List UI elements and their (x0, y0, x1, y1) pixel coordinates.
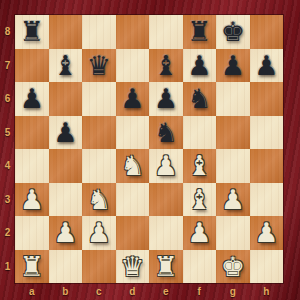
rank-label-4: 4 (0, 149, 15, 183)
square-f1[interactable] (183, 250, 217, 284)
piece-black-pawn[interactable]: ♟ (116, 82, 150, 116)
square-f4[interactable]: ♝ (183, 149, 217, 183)
piece-black-king[interactable]: ♚ (216, 15, 250, 49)
square-h1[interactable] (250, 250, 284, 284)
rank-label-3: 3 (0, 183, 15, 217)
square-e6[interactable]: ♟ (149, 82, 183, 116)
square-b1[interactable] (49, 250, 83, 284)
piece-white-bishop[interactable]: ♝ (183, 149, 217, 183)
rank-labels: 87654321 (0, 15, 15, 283)
square-e2[interactable] (149, 216, 183, 250)
piece-black-pawn[interactable]: ♟ (149, 82, 183, 116)
square-h8[interactable] (250, 15, 284, 49)
square-e3[interactable] (149, 183, 183, 217)
square-f3[interactable]: ♝ (183, 183, 217, 217)
square-h7[interactable]: ♟ (250, 49, 284, 83)
square-b3[interactable] (49, 183, 83, 217)
square-e8[interactable] (149, 15, 183, 49)
square-a1[interactable]: ♜ (15, 250, 49, 284)
file-label-d: d (116, 283, 150, 300)
square-g1[interactable]: ♚ (216, 250, 250, 284)
piece-black-pawn[interactable]: ♟ (183, 49, 217, 83)
square-e7[interactable]: ♝ (149, 49, 183, 83)
piece-white-king[interactable]: ♚ (216, 250, 250, 284)
square-d1[interactable]: ♛ (116, 250, 150, 284)
file-label-c: c (82, 283, 116, 300)
square-a7[interactable] (15, 49, 49, 83)
piece-black-knight[interactable]: ♞ (183, 82, 217, 116)
rank-label-7: 7 (0, 49, 15, 83)
piece-white-queen[interactable]: ♛ (116, 250, 150, 284)
piece-black-rook[interactable]: ♜ (183, 15, 217, 49)
rank-label-1: 1 (0, 250, 15, 284)
square-g3[interactable]: ♟ (216, 183, 250, 217)
square-e4[interactable]: ♟ (149, 149, 183, 183)
piece-white-pawn[interactable]: ♟ (183, 216, 217, 250)
square-h4[interactable] (250, 149, 284, 183)
rank-label-6: 6 (0, 82, 15, 116)
piece-black-pawn[interactable]: ♟ (49, 116, 83, 150)
piece-black-knight[interactable]: ♞ (149, 116, 183, 150)
square-f8[interactable]: ♜ (183, 15, 217, 49)
file-label-e: e (149, 283, 183, 300)
square-f5[interactable] (183, 116, 217, 150)
piece-white-knight[interactable]: ♞ (82, 183, 116, 217)
piece-white-rook[interactable]: ♜ (149, 250, 183, 284)
square-a5[interactable] (15, 116, 49, 150)
square-a2[interactable] (15, 216, 49, 250)
square-f7[interactable]: ♟ (183, 49, 217, 83)
square-e5[interactable]: ♞ (149, 116, 183, 150)
square-d7[interactable] (116, 49, 150, 83)
square-h3[interactable] (250, 183, 284, 217)
file-label-g: g (216, 283, 250, 300)
square-b6[interactable] (49, 82, 83, 116)
square-g8[interactable]: ♚ (216, 15, 250, 49)
square-b2[interactable]: ♟ (49, 216, 83, 250)
chess-board: ♜♜♚♝♛♝♟♟♟♟♟♟♞♟♞♞♟♝♟♞♝♟♟♟♟♟♜♛♜♚ (15, 15, 283, 283)
piece-black-pawn[interactable]: ♟ (216, 49, 250, 83)
piece-white-pawn[interactable]: ♟ (216, 183, 250, 217)
file-labels: abcdefgh (15, 283, 283, 300)
square-h5[interactable] (250, 116, 284, 150)
square-c8[interactable] (82, 15, 116, 49)
square-c3[interactable]: ♞ (82, 183, 116, 217)
piece-white-pawn[interactable]: ♟ (149, 149, 183, 183)
piece-white-pawn[interactable]: ♟ (82, 216, 116, 250)
piece-white-rook[interactable]: ♜ (15, 250, 49, 284)
piece-black-bishop[interactable]: ♝ (149, 49, 183, 83)
square-e1[interactable]: ♜ (149, 250, 183, 284)
square-g6[interactable] (216, 82, 250, 116)
square-b5[interactable]: ♟ (49, 116, 83, 150)
square-g2[interactable] (216, 216, 250, 250)
square-h6[interactable] (250, 82, 284, 116)
chess-diagram: ♜♜♚♝♛♝♟♟♟♟♟♟♞♟♞♞♟♝♟♞♝♟♟♟♟♟♜♛♜♚ 87654321 … (0, 0, 300, 300)
square-h2[interactable]: ♟ (250, 216, 284, 250)
piece-black-queen[interactable]: ♛ (82, 49, 116, 83)
rank-label-5: 5 (0, 116, 15, 150)
square-a6[interactable]: ♟ (15, 82, 49, 116)
piece-white-knight[interactable]: ♞ (116, 149, 150, 183)
rank-label-8: 8 (0, 15, 15, 49)
square-d5[interactable] (116, 116, 150, 150)
square-c6[interactable] (82, 82, 116, 116)
square-a8[interactable]: ♜ (15, 15, 49, 49)
piece-black-pawn[interactable]: ♟ (15, 82, 49, 116)
square-d6[interactable]: ♟ (116, 82, 150, 116)
square-d4[interactable]: ♞ (116, 149, 150, 183)
file-label-b: b (49, 283, 83, 300)
square-b8[interactable] (49, 15, 83, 49)
piece-white-bishop[interactable]: ♝ (183, 183, 217, 217)
square-c2[interactable]: ♟ (82, 216, 116, 250)
file-label-a: a (15, 283, 49, 300)
square-d8[interactable] (116, 15, 150, 49)
square-b7[interactable]: ♝ (49, 49, 83, 83)
rank-label-2: 2 (0, 216, 15, 250)
square-f2[interactable]: ♟ (183, 216, 217, 250)
piece-white-pawn[interactable]: ♟ (49, 216, 83, 250)
square-a3[interactable]: ♟ (15, 183, 49, 217)
square-g4[interactable] (216, 149, 250, 183)
square-d2[interactable] (116, 216, 150, 250)
square-c1[interactable] (82, 250, 116, 284)
piece-white-pawn[interactable]: ♟ (15, 183, 49, 217)
square-c4[interactable] (82, 149, 116, 183)
square-d3[interactable] (116, 183, 150, 217)
file-label-h: h (250, 283, 284, 300)
square-a4[interactable] (15, 149, 49, 183)
square-g7[interactable]: ♟ (216, 49, 250, 83)
square-g5[interactable] (216, 116, 250, 150)
square-c5[interactable] (82, 116, 116, 150)
piece-black-rook[interactable]: ♜ (15, 15, 49, 49)
square-b4[interactable] (49, 149, 83, 183)
file-label-f: f (183, 283, 217, 300)
square-c7[interactable]: ♛ (82, 49, 116, 83)
piece-black-pawn[interactable]: ♟ (250, 49, 284, 83)
square-f6[interactable]: ♞ (183, 82, 217, 116)
piece-black-bishop[interactable]: ♝ (49, 49, 83, 83)
piece-white-pawn[interactable]: ♟ (250, 216, 284, 250)
